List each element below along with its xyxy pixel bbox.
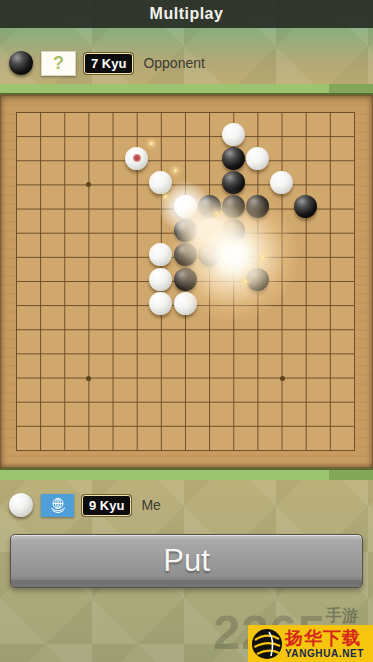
page-title: Multiplay xyxy=(150,5,224,23)
board-bottom-trim xyxy=(0,468,373,480)
stone-black xyxy=(246,195,269,218)
watermark-texts: 扬华下载 YANGHUA.NET xyxy=(285,629,364,659)
question-mark-icon: ? xyxy=(53,53,64,74)
stone-white xyxy=(222,123,245,146)
last-move-marker xyxy=(133,154,141,162)
stone-white xyxy=(174,292,197,315)
stone-black xyxy=(222,219,245,242)
stone-white xyxy=(270,171,293,194)
stone-black xyxy=(174,219,197,242)
me-rank-badge: 9 Kyu xyxy=(82,495,131,516)
me-name: Me xyxy=(141,497,160,513)
star-point xyxy=(86,376,91,381)
stone-black xyxy=(198,243,221,266)
star-point xyxy=(280,376,285,381)
put-button-label: Put xyxy=(163,543,210,579)
app-screen: Multiplay ? 7 Kyu Opponent xyxy=(0,0,373,662)
stone-white xyxy=(174,195,197,218)
watermark-title: 扬华下载 xyxy=(285,629,364,648)
stone-black xyxy=(174,268,197,291)
opponent-rank-badge: 7 Kyu xyxy=(84,53,133,74)
stone-black xyxy=(222,147,245,170)
board-top-trim-shadow xyxy=(329,84,373,93)
stone-white xyxy=(222,243,245,266)
watermark-badge: 扬华下载 YANGHUA.NET xyxy=(248,625,373,662)
stone-white xyxy=(149,268,172,291)
star-point xyxy=(86,182,91,187)
me-row: 9 Kyu Me xyxy=(9,492,161,518)
stone-black xyxy=(174,243,197,266)
stone-black xyxy=(246,268,269,291)
stone-white xyxy=(149,292,172,315)
board-wood xyxy=(0,95,373,468)
opponent-row: ? 7 Kyu Opponent xyxy=(9,50,205,76)
me-stone-avatar xyxy=(9,493,33,517)
opponent-stone-avatar xyxy=(9,51,33,75)
stone-white xyxy=(198,219,221,242)
put-button[interactable]: Put xyxy=(10,534,363,588)
stone-black xyxy=(222,171,245,194)
title-bar: Multiplay xyxy=(0,0,373,28)
stone-white xyxy=(246,147,269,170)
opponent-name: Opponent xyxy=(143,55,205,71)
un-emblem-icon xyxy=(44,495,72,515)
opponent-unknown-flag-badge: ? xyxy=(41,51,76,76)
board-bottom-trim-shadow xyxy=(329,470,373,480)
stone-black xyxy=(222,195,245,218)
stone-black xyxy=(198,195,221,218)
globe-swirl-icon xyxy=(251,628,283,660)
board-area xyxy=(0,84,373,480)
watermark-subtitle: YANGHUA.NET xyxy=(285,648,364,659)
board-top-trim xyxy=(0,84,373,95)
un-flag-icon xyxy=(41,494,74,517)
